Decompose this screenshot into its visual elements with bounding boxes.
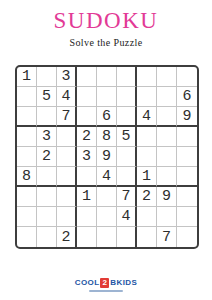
sudoku-cell-r9c4	[77, 227, 97, 247]
sudoku-cell-r3c7: 4	[137, 107, 157, 127]
sudoku-cell-r9c1	[17, 227, 37, 247]
sudoku-cell-r7c2	[37, 187, 57, 207]
sudoku-cell-r2c3: 4	[57, 87, 77, 107]
sudoku-cell-r2c5	[97, 87, 117, 107]
sudoku-cell-r1c6	[117, 67, 137, 87]
sudoku-cell-r3c6	[117, 107, 137, 127]
sudoku-cell-r5c8	[157, 147, 177, 167]
sudoku-cell-r4c5: 8	[97, 127, 117, 147]
sudoku-cell-r1c1: 1	[17, 67, 37, 87]
sudoku-grid: 13546764932852398411729427	[17, 67, 197, 247]
sudoku-cell-r6c8	[157, 167, 177, 187]
sudoku-cell-r1c3: 3	[57, 67, 77, 87]
sudoku-cell-r9c3: 2	[57, 227, 77, 247]
logo-text-bkids: BKIDS	[110, 279, 137, 287]
sudoku-board: 13546764932852398411729427	[15, 65, 199, 249]
sudoku-cell-r9c7	[137, 227, 157, 247]
sudoku-cell-r2c1	[17, 87, 37, 107]
page-title: SUDOKU	[0, 8, 212, 34]
sudoku-cell-r2c8	[157, 87, 177, 107]
sudoku-cell-r4c3	[57, 127, 77, 147]
sudoku-cell-r8c4	[77, 207, 97, 227]
sudoku-cell-r7c1	[17, 187, 37, 207]
logo-text-cool: COOL	[75, 279, 100, 287]
sudoku-cell-r5c9	[177, 147, 197, 167]
cool2bkids-logo[interactable]: COOL 2 BKIDS	[75, 278, 137, 288]
sudoku-cell-r8c9	[177, 207, 197, 227]
sudoku-cell-r6c6	[117, 167, 137, 187]
sudoku-cell-r2c7	[137, 87, 157, 107]
sudoku-cell-r6c4	[77, 167, 97, 187]
footer: COOL 2 BKIDS	[0, 278, 212, 292]
sudoku-cell-r5c5: 9	[97, 147, 117, 167]
sudoku-cell-r3c9: 9	[177, 107, 197, 127]
sudoku-cell-r6c7: 1	[137, 167, 157, 187]
sudoku-cell-r8c6: 4	[117, 207, 137, 227]
sudoku-cell-r9c2	[37, 227, 57, 247]
sudoku-cell-r3c8	[157, 107, 177, 127]
sudoku-cell-r5c6	[117, 147, 137, 167]
sudoku-cell-r1c8	[157, 67, 177, 87]
sudoku-cell-r4c1	[17, 127, 37, 147]
sudoku-cell-r1c7	[137, 67, 157, 87]
sudoku-cell-r1c2	[37, 67, 57, 87]
sudoku-cell-r6c3	[57, 167, 77, 187]
sudoku-cell-r4c2: 3	[37, 127, 57, 147]
sudoku-cell-r3c5: 6	[97, 107, 117, 127]
sudoku-cell-r7c3	[57, 187, 77, 207]
sudoku-cell-r4c4: 2	[77, 127, 97, 147]
sudoku-cell-r8c1	[17, 207, 37, 227]
sudoku-cell-r1c5	[97, 67, 117, 87]
sudoku-cell-r8c5	[97, 207, 117, 227]
sudoku-cell-r5c4: 3	[77, 147, 97, 167]
sudoku-cell-r6c5: 4	[97, 167, 117, 187]
sudoku-cell-r6c9	[177, 167, 197, 187]
sudoku-cell-r9c8: 7	[157, 227, 177, 247]
sudoku-cell-r9c5	[97, 227, 117, 247]
sudoku-cell-r3c2	[37, 107, 57, 127]
sudoku-cell-r7c4: 1	[77, 187, 97, 207]
sudoku-cell-r8c7	[137, 207, 157, 227]
sudoku-cell-r4c8	[157, 127, 177, 147]
sudoku-cell-r8c2	[37, 207, 57, 227]
sudoku-cell-r2c4	[77, 87, 97, 107]
sudoku-cell-r1c9	[177, 67, 197, 87]
sudoku-cell-r3c4	[77, 107, 97, 127]
sudoku-cell-r4c9	[177, 127, 197, 147]
logo-text-two: 2	[100, 278, 109, 288]
sudoku-cell-r1c4	[77, 67, 97, 87]
sudoku-cell-r5c1	[17, 147, 37, 167]
sudoku-cell-r7c6: 7	[117, 187, 137, 207]
sudoku-cell-r5c3	[57, 147, 77, 167]
logo-tagline	[89, 290, 123, 292]
sudoku-cell-r4c7	[137, 127, 157, 147]
sudoku-cell-r2c2: 5	[37, 87, 57, 107]
sudoku-cell-r7c8: 9	[157, 187, 177, 207]
sudoku-page: SUDOKU Solve the Puzzle 1354676493285239…	[0, 0, 212, 300]
sudoku-cell-r2c9: 6	[177, 87, 197, 107]
sudoku-cell-r6c1: 8	[17, 167, 37, 187]
sudoku-cell-r7c5	[97, 187, 117, 207]
sudoku-cell-r3c3: 7	[57, 107, 77, 127]
sudoku-cell-r7c9	[177, 187, 197, 207]
sudoku-cell-r3c1	[17, 107, 37, 127]
sudoku-cell-r2c6	[117, 87, 137, 107]
page-subtitle: Solve the Puzzle	[0, 37, 212, 48]
sudoku-cell-r5c7	[137, 147, 157, 167]
sudoku-cell-r9c6	[117, 227, 137, 247]
sudoku-cell-r7c7: 2	[137, 187, 157, 207]
sudoku-cell-r8c3	[57, 207, 77, 227]
sudoku-cell-r6c2	[37, 167, 57, 187]
sudoku-cell-r4c6: 5	[117, 127, 137, 147]
sudoku-cell-r5c2: 2	[37, 147, 57, 167]
sudoku-cell-r8c8	[157, 207, 177, 227]
sudoku-cell-r9c9	[177, 227, 197, 247]
